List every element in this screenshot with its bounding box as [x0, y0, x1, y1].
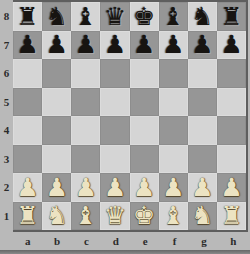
piece-white-pawn[interactable]: ♟ [188, 173, 217, 202]
square-g5[interactable] [188, 88, 217, 117]
square-f5[interactable] [159, 88, 188, 117]
square-e2[interactable]: ♟ [130, 173, 159, 202]
piece-black-pawn[interactable]: ♟ [217, 31, 246, 60]
piece-white-bishop[interactable]: ♝ [71, 202, 100, 231]
piece-white-knight[interactable]: ♞ [42, 202, 71, 231]
square-c7[interactable]: ♟ [71, 31, 100, 60]
rank-label-2: 2 [0, 173, 13, 202]
rank-label-1: 1 [0, 202, 13, 231]
square-f8[interactable]: ♝ [159, 2, 188, 31]
square-g6[interactable] [188, 59, 217, 88]
square-b3[interactable] [42, 145, 71, 174]
file-label-c: c [72, 232, 101, 249]
rank-label-3: 3 [0, 145, 13, 174]
square-g3[interactable] [188, 145, 217, 174]
square-f7[interactable]: ♟ [159, 31, 188, 60]
square-h1[interactable]: ♜ [217, 202, 246, 231]
file-label-g: g [189, 232, 218, 249]
square-a3[interactable] [13, 145, 42, 174]
square-g1[interactable]: ♞ [188, 202, 217, 231]
piece-white-pawn[interactable]: ♟ [130, 173, 159, 202]
square-f1[interactable]: ♝ [159, 202, 188, 231]
square-g8[interactable]: ♞ [188, 2, 217, 31]
square-a7[interactable]: ♟ [13, 31, 42, 60]
square-c5[interactable] [71, 88, 100, 117]
square-d2[interactable]: ♟ [100, 173, 129, 202]
square-e8[interactable]: ♚ [130, 2, 159, 31]
square-c3[interactable] [71, 145, 100, 174]
piece-black-rook[interactable]: ♜ [13, 2, 42, 31]
piece-white-queen[interactable]: ♛ [100, 202, 129, 231]
square-h6[interactable] [217, 59, 246, 88]
piece-white-pawn[interactable]: ♟ [42, 173, 71, 202]
square-h5[interactable] [217, 88, 246, 117]
piece-black-queen[interactable]: ♛ [100, 2, 129, 31]
square-a6[interactable] [13, 59, 42, 88]
file-label-a: a [13, 232, 42, 249]
piece-black-pawn[interactable]: ♟ [188, 31, 217, 60]
square-e5[interactable] [130, 88, 159, 117]
square-d4[interactable] [100, 116, 129, 145]
square-f3[interactable] [159, 145, 188, 174]
square-b5[interactable] [42, 88, 71, 117]
square-h4[interactable] [217, 116, 246, 145]
piece-black-rook[interactable]: ♜ [217, 2, 246, 31]
square-f4[interactable] [159, 116, 188, 145]
square-f6[interactable] [159, 59, 188, 88]
piece-black-king[interactable]: ♚ [130, 2, 159, 31]
piece-black-pawn[interactable]: ♟ [130, 31, 159, 60]
piece-black-pawn[interactable]: ♟ [42, 31, 71, 60]
square-d3[interactable] [100, 145, 129, 174]
square-b7[interactable]: ♟ [42, 31, 71, 60]
square-c4[interactable] [71, 116, 100, 145]
rank-label-6: 6 [0, 59, 13, 88]
piece-white-pawn[interactable]: ♟ [217, 173, 246, 202]
square-a5[interactable] [13, 88, 42, 117]
file-label-h: h [219, 232, 248, 249]
square-g2[interactable]: ♟ [188, 173, 217, 202]
square-a1[interactable]: ♜ [13, 202, 42, 231]
square-a2[interactable]: ♟ [13, 173, 42, 202]
piece-white-pawn[interactable]: ♟ [13, 173, 42, 202]
rank-label-8: 8 [0, 2, 13, 31]
file-label-e: e [131, 232, 160, 249]
file-label-d: d [101, 232, 130, 249]
piece-white-pawn[interactable]: ♟ [100, 173, 129, 202]
piece-black-bishop[interactable]: ♝ [71, 2, 100, 31]
file-label-f: f [160, 232, 189, 249]
square-b8[interactable]: ♞ [42, 2, 71, 31]
rank-labels: 87654321 [0, 2, 13, 230]
piece-white-rook[interactable]: ♜ [217, 202, 246, 231]
square-b6[interactable] [42, 59, 71, 88]
piece-white-knight[interactable]: ♞ [188, 202, 217, 231]
square-h8[interactable]: ♜ [217, 2, 246, 31]
square-e1[interactable]: ♚ [130, 202, 159, 231]
square-d8[interactable]: ♛ [100, 2, 129, 31]
square-c2[interactable]: ♟ [71, 173, 100, 202]
chess-board-frame: 87654321 ♜♞♝♛♚♝♞♜♟♟♟♟♟♟♟♟♟♟♟♟♟♟♟♟♜♞♝♛♚♝♞… [0, 0, 250, 254]
piece-black-pawn[interactable]: ♟ [13, 31, 42, 60]
square-c1[interactable]: ♝ [71, 202, 100, 231]
square-d5[interactable] [100, 88, 129, 117]
square-g4[interactable] [188, 116, 217, 145]
square-d1[interactable]: ♛ [100, 202, 129, 231]
piece-black-pawn[interactable]: ♟ [159, 31, 188, 60]
rank-label-5: 5 [0, 88, 13, 117]
piece-white-rook[interactable]: ♜ [13, 202, 42, 231]
piece-black-bishop[interactable]: ♝ [159, 2, 188, 31]
square-h7[interactable]: ♟ [217, 31, 246, 60]
piece-black-pawn[interactable]: ♟ [100, 31, 129, 60]
square-f2[interactable]: ♟ [159, 173, 188, 202]
chess-board: ♜♞♝♛♚♝♞♜♟♟♟♟♟♟♟♟♟♟♟♟♟♟♟♟♜♞♝♛♚♝♞♜ [13, 0, 248, 232]
piece-black-pawn[interactable]: ♟ [71, 31, 100, 60]
square-a8[interactable]: ♜ [13, 2, 42, 31]
piece-white-bishop[interactable]: ♝ [159, 202, 188, 231]
square-g7[interactable]: ♟ [188, 31, 217, 60]
file-labels: abcdefgh [13, 232, 248, 249]
square-h3[interactable] [217, 145, 246, 174]
square-c8[interactable]: ♝ [71, 2, 100, 31]
square-d6[interactable] [100, 59, 129, 88]
piece-white-pawn[interactable]: ♟ [159, 173, 188, 202]
square-b2[interactable]: ♟ [42, 173, 71, 202]
square-d7[interactable]: ♟ [100, 31, 129, 60]
square-e6[interactable] [130, 59, 159, 88]
square-b1[interactable]: ♞ [42, 202, 71, 231]
square-e7[interactable]: ♟ [130, 31, 159, 60]
square-b4[interactable] [42, 116, 71, 145]
square-a4[interactable] [13, 116, 42, 145]
square-h2[interactable]: ♟ [217, 173, 246, 202]
piece-white-pawn[interactable]: ♟ [71, 173, 100, 202]
square-e4[interactable] [130, 116, 159, 145]
rank-label-7: 7 [0, 31, 13, 60]
piece-black-knight[interactable]: ♞ [42, 2, 71, 31]
square-c6[interactable] [71, 59, 100, 88]
piece-black-knight[interactable]: ♞ [188, 2, 217, 31]
piece-white-king[interactable]: ♚ [130, 202, 159, 231]
square-e3[interactable] [130, 145, 159, 174]
file-label-b: b [42, 232, 71, 249]
rank-label-4: 4 [0, 116, 13, 145]
bottom-edge-divider [0, 250, 250, 254]
